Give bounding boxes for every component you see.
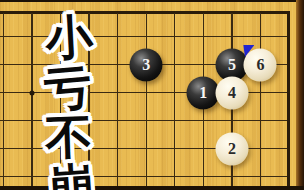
grid-vline <box>31 13 32 189</box>
board-side-edge <box>296 0 304 190</box>
stone-move-number: 2 <box>228 140 236 158</box>
frame-bottom-edge <box>0 186 304 190</box>
stone-move-number: 6 <box>256 56 264 74</box>
black-stone-O17[interactable]: 3 <box>130 48 163 81</box>
grid-vline <box>117 13 118 189</box>
white-stone-R14[interactable]: 2 <box>215 132 248 165</box>
go-board: 123456 <box>0 0 304 190</box>
grid-vline <box>88 13 89 189</box>
grid-vline <box>3 13 4 189</box>
go-video-frame: 123456 小亏不崩 <box>0 0 304 190</box>
stone-move-number: 4 <box>228 84 236 102</box>
star-point-K16 <box>29 90 34 95</box>
grid-vline <box>60 13 61 189</box>
board-right-edge-line <box>287 13 290 189</box>
grid-vline <box>260 13 261 189</box>
grid-vline <box>174 13 175 189</box>
frame-top-edge <box>0 0 304 2</box>
white-stone-R16[interactable]: 4 <box>215 76 248 109</box>
grid-vline <box>146 13 147 189</box>
stone-move-number: 5 <box>228 56 236 74</box>
stone-move-number: 1 <box>199 84 207 102</box>
stone-move-number: 3 <box>142 56 150 74</box>
white-stone-S17[interactable]: 6 <box>244 48 277 81</box>
